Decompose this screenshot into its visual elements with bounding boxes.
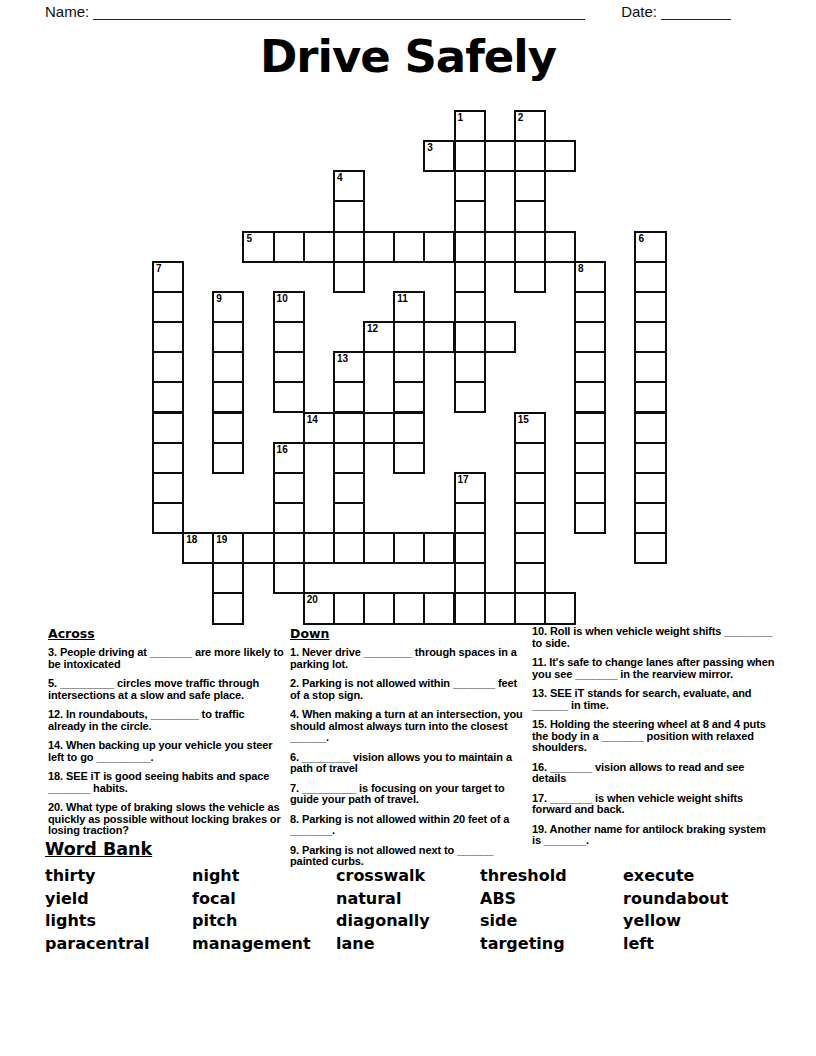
grid-cell[interactable] <box>574 412 606 444</box>
word-bank-header: Word Bank <box>45 839 775 859</box>
grid-cell[interactable] <box>152 351 184 383</box>
grid-cell[interactable] <box>393 442 425 474</box>
grid-cell[interactable] <box>634 442 666 474</box>
clues-across-column: Across 3. People driving at _______ are … <box>48 626 285 845</box>
across-header: Across <box>48 626 285 641</box>
grid-cell[interactable] <box>273 532 305 564</box>
clue-item: 4. When making a turn at an intersection… <box>290 709 530 744</box>
grid-cell[interactable] <box>212 562 244 594</box>
page-title: Drive Safely <box>0 30 816 83</box>
down-clues-col1: 1. Never drive ________ through spaces i… <box>290 647 530 868</box>
grid-cell[interactable] <box>423 231 455 263</box>
grid-cell[interactable] <box>423 321 455 353</box>
clue-item: 8. Parking is not allowed within 20 feet… <box>290 814 530 837</box>
grid-cell[interactable] <box>333 502 365 534</box>
grid-cell[interactable] <box>393 321 425 353</box>
grid-cell[interactable] <box>454 291 486 323</box>
grid-cell[interactable] <box>454 261 486 293</box>
grid-cell[interactable] <box>544 231 576 263</box>
grid-cell[interactable] <box>333 261 365 293</box>
grid-cell[interactable]: 1 <box>454 110 486 142</box>
grid-cell[interactable] <box>333 442 365 474</box>
grid-cell[interactable]: 10 <box>273 291 305 323</box>
word-bank-word: left <box>623 935 775 953</box>
across-clues: 3. People driving at _______ are more li… <box>48 647 285 837</box>
word-bank-word: threshold <box>480 867 623 885</box>
grid-cell[interactable] <box>454 231 486 263</box>
grid-cell[interactable] <box>333 472 365 504</box>
word-bank-word: ABS <box>480 890 623 908</box>
grid-cell[interactable] <box>454 502 486 534</box>
grid-cell[interactable] <box>454 381 486 413</box>
word-bank-grid: thirtynightcrosswalkthresholdexecuteyiel… <box>45 867 775 952</box>
cell-number: 2 <box>518 112 524 123</box>
grid-cell[interactable]: 9 <box>212 291 244 323</box>
grid-cell[interactable]: 16 <box>273 442 305 474</box>
grid-cell[interactable] <box>212 381 244 413</box>
clue-item: 10. Roll is when vehicle weight shifts _… <box>532 626 775 649</box>
grid-cell[interactable] <box>574 351 606 383</box>
grid-cell[interactable] <box>514 502 546 534</box>
grid-cell[interactable]: 18 <box>182 532 214 564</box>
grid-cell[interactable] <box>212 412 244 444</box>
cell-number: 11 <box>397 293 408 304</box>
grid-cell[interactable] <box>152 502 184 534</box>
grid-cell[interactable]: 8 <box>574 261 606 293</box>
grid-cell[interactable] <box>393 412 425 444</box>
cell-number: 13 <box>337 353 348 364</box>
cell-number: 20 <box>307 594 318 605</box>
cell-number: 7 <box>156 263 162 274</box>
down-clues-col2: 10. Roll is when vehicle weight shifts _… <box>532 626 775 847</box>
grid-cell[interactable] <box>634 532 666 564</box>
grid-cell[interactable]: 15 <box>514 412 546 444</box>
word-bank-word: diagonally <box>336 912 480 930</box>
cell-number: 18 <box>186 534 197 545</box>
word-bank-word: yellow <box>623 912 775 930</box>
cell-number: 8 <box>578 263 584 274</box>
grid-cell[interactable] <box>303 532 335 564</box>
word-bank-word: crosswalk <box>336 867 480 885</box>
grid-cell[interactable]: 17 <box>454 472 486 504</box>
grid-cell[interactable] <box>152 472 184 504</box>
grid-cell[interactable] <box>484 592 516 624</box>
grid-cell[interactable] <box>634 412 666 444</box>
grid-cell[interactable] <box>634 502 666 534</box>
grid-cell[interactable]: 14 <box>303 412 335 444</box>
word-bank-word: lights <box>45 912 192 930</box>
word-bank-word: roundabout <box>623 890 775 908</box>
grid-cell[interactable] <box>514 562 546 594</box>
grid-cell[interactable] <box>212 321 244 353</box>
grid-cell[interactable] <box>273 562 305 594</box>
cell-number: 3 <box>427 142 433 153</box>
grid-cell[interactable] <box>273 321 305 353</box>
grid-cell[interactable] <box>303 231 335 263</box>
grid-cell[interactable] <box>634 351 666 383</box>
cell-number: 15 <box>518 414 529 425</box>
cell-number: 9 <box>216 293 222 304</box>
grid-cell[interactable] <box>393 592 425 624</box>
grid-cell[interactable] <box>574 472 606 504</box>
word-bank-word: management <box>192 935 336 953</box>
name-label: Name: <box>45 3 89 20</box>
grid-cell[interactable]: 13 <box>333 351 365 383</box>
word-bank: Word Bank thirtynightcrosswalkthresholde… <box>45 839 775 952</box>
cell-number: 19 <box>216 534 227 545</box>
grid-cell[interactable] <box>634 261 666 293</box>
grid-cell[interactable] <box>423 592 455 624</box>
grid-cell[interactable] <box>393 532 425 564</box>
grid-cell[interactable]: 11 <box>393 291 425 323</box>
clues-down-column-2: 10. Roll is when vehicle weight shifts _… <box>532 626 775 855</box>
grid-cell[interactable] <box>363 412 395 444</box>
down-header: Down <box>290 626 530 641</box>
grid-cell[interactable]: 19 <box>212 532 244 564</box>
grid-cell[interactable] <box>574 442 606 474</box>
grid-cell[interactable] <box>514 231 546 263</box>
grid-cell[interactable] <box>212 351 244 383</box>
grid-cell[interactable] <box>454 140 486 172</box>
grid-cell[interactable] <box>242 532 274 564</box>
grid-cell[interactable] <box>634 472 666 504</box>
grid-cell[interactable] <box>514 200 546 232</box>
clue-item: 1. Never drive ________ through spaces i… <box>290 647 530 670</box>
grid-cell[interactable]: 4 <box>333 170 365 202</box>
grid-cell[interactable] <box>514 140 546 172</box>
grid-cell[interactable] <box>574 502 606 534</box>
clue-item: 15. Holding the steering wheel at 8 and … <box>532 719 775 754</box>
crossword-grid: 1234567891011121314151617181920 <box>152 110 670 628</box>
clue-item: 20. What type of braking slows the vehic… <box>48 802 285 837</box>
clue-item: 6. ________ vision allows you to maintai… <box>290 752 530 775</box>
grid-cell[interactable] <box>634 291 666 323</box>
clue-item: 7. _________ is focusing on your target … <box>290 783 530 806</box>
clue-item: 14. When backing up your vehicle you ste… <box>48 740 285 763</box>
word-bank-word: targeting <box>480 935 623 953</box>
grid-cell[interactable] <box>574 321 606 353</box>
grid-cell[interactable]: 5 <box>242 231 274 263</box>
grid-cell[interactable] <box>152 412 184 444</box>
clue-item: 5. _________ circles move traffic throug… <box>48 678 285 701</box>
cell-number: 4 <box>337 172 343 183</box>
grid-cell[interactable] <box>273 351 305 383</box>
grid-cell[interactable] <box>152 291 184 323</box>
grid-cell[interactable] <box>454 532 486 564</box>
cell-number: 6 <box>638 233 644 244</box>
grid-cell[interactable] <box>423 532 455 564</box>
date-blank-line[interactable] <box>661 2 731 20</box>
grid-cell[interactable] <box>454 170 486 202</box>
grid-cell[interactable] <box>514 261 546 293</box>
cell-number: 12 <box>367 323 378 334</box>
grid-cell[interactable] <box>152 321 184 353</box>
grid-cell[interactable] <box>544 592 576 624</box>
grid-cell[interactable] <box>514 170 546 202</box>
grid-cell[interactable] <box>333 200 365 232</box>
grid-cell[interactable] <box>393 231 425 263</box>
grid-cell[interactable] <box>454 592 486 624</box>
grid-cell[interactable] <box>363 532 395 564</box>
grid-cell[interactable]: 2 <box>514 110 546 142</box>
grid-cell[interactable] <box>514 592 546 624</box>
grid-cell[interactable] <box>273 472 305 504</box>
cell-number: 10 <box>277 293 288 304</box>
grid-cell[interactable] <box>574 381 606 413</box>
grid-cell[interactable] <box>333 231 365 263</box>
grid-cell[interactable] <box>212 592 244 624</box>
cell-number: 17 <box>458 474 469 485</box>
grid-cell[interactable] <box>393 351 425 383</box>
date-label: Date: <box>621 3 657 20</box>
grid-cell[interactable] <box>152 381 184 413</box>
word-bank-word: pitch <box>192 912 336 930</box>
grid-cell[interactable] <box>514 442 546 474</box>
grid-cell[interactable] <box>454 562 486 594</box>
grid-cell[interactable] <box>212 442 244 474</box>
word-bank-word: side <box>480 912 623 930</box>
clue-item: 18. SEE iT is good seeing habits and spa… <box>48 771 285 794</box>
word-bank-word: lane <box>336 935 480 953</box>
grid-cell[interactable] <box>363 231 395 263</box>
grid-cell[interactable] <box>514 472 546 504</box>
clue-item: 13. SEE iT stands for search, evaluate, … <box>532 688 775 711</box>
word-bank-word: yield <box>45 890 192 908</box>
grid-cell[interactable] <box>333 532 365 564</box>
grid-cell[interactable]: 3 <box>423 140 455 172</box>
grid-cell[interactable] <box>454 321 486 353</box>
grid-cell[interactable] <box>574 291 606 323</box>
word-bank-word: focal <box>192 890 336 908</box>
grid-cell[interactable]: 7 <box>152 261 184 293</box>
grid-cell[interactable] <box>484 321 516 353</box>
grid-cell[interactable] <box>634 381 666 413</box>
word-bank-word: night <box>192 867 336 885</box>
grid-cell[interactable] <box>634 321 666 353</box>
grid-cell[interactable] <box>152 442 184 474</box>
word-bank-word: thirty <box>45 867 192 885</box>
clue-item: 16. _______ vision allows to read and se… <box>532 762 775 785</box>
clue-item: 12. In roundabouts, ________ to traffic … <box>48 709 285 732</box>
cell-number: 5 <box>246 233 252 244</box>
grid-cell[interactable]: 20 <box>303 592 335 624</box>
grid-cell[interactable] <box>454 200 486 232</box>
grid-cell[interactable] <box>484 231 516 263</box>
cell-number: 16 <box>277 444 288 455</box>
clue-item: 17. _______ is when vehicle weight shift… <box>532 793 775 816</box>
grid-cell[interactable] <box>363 592 395 624</box>
grid-cell[interactable] <box>514 532 546 564</box>
grid-cell[interactable] <box>333 381 365 413</box>
clue-item: 11. It's safe to change lanes after pass… <box>532 657 775 680</box>
grid-cell[interactable] <box>333 412 365 444</box>
word-bank-word: paracentral <box>45 935 192 953</box>
grid-cell[interactable] <box>454 351 486 383</box>
clue-item: 2. Parking is not allowed within _______… <box>290 678 530 701</box>
header-bar: Name:Date: <box>45 2 771 20</box>
grid-cell[interactable]: 12 <box>363 321 395 353</box>
cell-number: 1 <box>458 112 464 123</box>
grid-cell[interactable] <box>544 140 576 172</box>
word-bank-word: natural <box>336 890 480 908</box>
word-bank-word: execute <box>623 867 775 885</box>
grid-cell[interactable]: 6 <box>634 231 666 263</box>
grid-cell[interactable] <box>333 592 365 624</box>
cell-number: 14 <box>307 414 318 425</box>
grid-cell[interactable] <box>273 502 305 534</box>
grid-cell[interactable] <box>484 140 516 172</box>
name-blank-line[interactable] <box>93 2 585 20</box>
grid-cell[interactable] <box>393 381 425 413</box>
grid-cell[interactable] <box>273 231 305 263</box>
grid-cell[interactable] <box>273 381 305 413</box>
clue-item: 3. People driving at _______ are more li… <box>48 647 285 670</box>
